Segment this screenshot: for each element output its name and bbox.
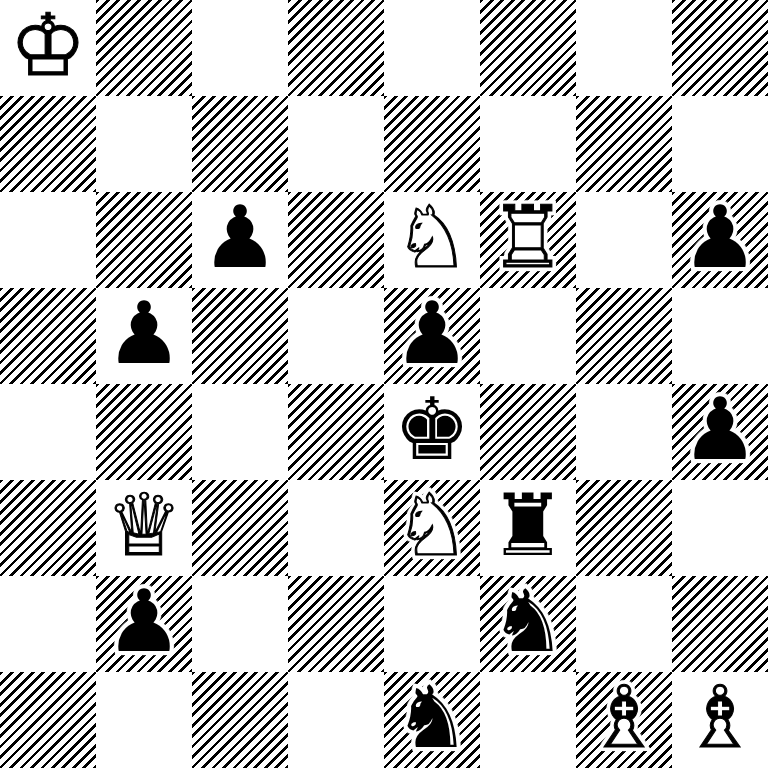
piece-black-knight: ♞♞ [480, 576, 576, 672]
black-pawn-glyph: ♟ [201, 194, 278, 280]
square-b1[interactable] [96, 672, 192, 768]
chess-board: ♚♔♟♟♞♘♜♖♟♟♟♟♟♟♚♚♟♟♛♕♞♘♜♜♟♟♞♞♞♞♝♗♝♗ [0, 0, 768, 768]
square-g4[interactable] [576, 384, 672, 480]
piece-black-knight: ♞♞ [384, 672, 480, 768]
square-h5[interactable] [672, 288, 768, 384]
piece-black-rook: ♜♜ [480, 480, 576, 576]
square-a4[interactable] [0, 384, 96, 480]
square-a5[interactable] [0, 288, 96, 384]
square-h2[interactable] [672, 576, 768, 672]
black-knight-glyph: ♞ [489, 578, 566, 664]
square-d4[interactable] [288, 384, 384, 480]
square-h8[interactable] [672, 0, 768, 96]
white-knight-glyph: ♘ [393, 482, 470, 568]
black-rook-glyph: ♜ [489, 482, 566, 568]
piece-white-bishop: ♝♗ [576, 672, 672, 768]
piece-black-pawn: ♟♟ [96, 288, 192, 384]
piece-white-knight: ♞♘ [384, 480, 480, 576]
square-h1[interactable]: ♝♗ [672, 672, 768, 768]
square-g1[interactable]: ♝♗ [576, 672, 672, 768]
white-knight-glyph: ♘ [393, 194, 470, 280]
square-d1[interactable] [288, 672, 384, 768]
square-b6[interactable] [96, 192, 192, 288]
square-e8[interactable] [384, 0, 480, 96]
square-h6[interactable]: ♟♟ [672, 192, 768, 288]
square-h7[interactable] [672, 96, 768, 192]
square-c4[interactable] [192, 384, 288, 480]
square-f1[interactable] [480, 672, 576, 768]
square-h4[interactable]: ♟♟ [672, 384, 768, 480]
square-e3[interactable]: ♞♘ [384, 480, 480, 576]
square-e6[interactable]: ♞♘ [384, 192, 480, 288]
square-c6[interactable]: ♟♟ [192, 192, 288, 288]
piece-black-pawn: ♟♟ [96, 576, 192, 672]
square-b7[interactable] [96, 96, 192, 192]
square-b8[interactable] [96, 0, 192, 96]
square-g6[interactable] [576, 192, 672, 288]
square-h3[interactable] [672, 480, 768, 576]
square-f2[interactable]: ♞♞ [480, 576, 576, 672]
square-g8[interactable] [576, 0, 672, 96]
square-f7[interactable] [480, 96, 576, 192]
square-d3[interactable] [288, 480, 384, 576]
black-pawn-glyph: ♟ [393, 290, 470, 376]
piece-white-bishop: ♝♗ [672, 672, 768, 768]
square-b5[interactable]: ♟♟ [96, 288, 192, 384]
white-queen-glyph: ♕ [105, 482, 182, 568]
square-g3[interactable] [576, 480, 672, 576]
piece-white-king: ♚♔ [0, 0, 96, 96]
square-e5[interactable]: ♟♟ [384, 288, 480, 384]
square-f6[interactable]: ♜♖ [480, 192, 576, 288]
square-f4[interactable] [480, 384, 576, 480]
white-king-glyph: ♔ [9, 2, 86, 88]
square-a6[interactable] [0, 192, 96, 288]
square-d7[interactable] [288, 96, 384, 192]
square-d2[interactable] [288, 576, 384, 672]
piece-black-pawn: ♟♟ [384, 288, 480, 384]
black-pawn-glyph: ♟ [105, 290, 182, 376]
square-a3[interactable] [0, 480, 96, 576]
square-a2[interactable] [0, 576, 96, 672]
square-a7[interactable] [0, 96, 96, 192]
square-d6[interactable] [288, 192, 384, 288]
black-pawn-glyph: ♟ [681, 386, 758, 472]
black-knight-glyph: ♞ [393, 674, 470, 760]
square-b2[interactable]: ♟♟ [96, 576, 192, 672]
square-c3[interactable] [192, 480, 288, 576]
square-d8[interactable] [288, 0, 384, 96]
square-g5[interactable] [576, 288, 672, 384]
square-e7[interactable] [384, 96, 480, 192]
square-c5[interactable] [192, 288, 288, 384]
square-c7[interactable] [192, 96, 288, 192]
square-f3[interactable]: ♜♜ [480, 480, 576, 576]
square-b4[interactable] [96, 384, 192, 480]
square-c8[interactable] [192, 0, 288, 96]
black-king-glyph: ♚ [393, 386, 470, 472]
piece-black-pawn: ♟♟ [672, 192, 768, 288]
square-a8[interactable]: ♚♔ [0, 0, 96, 96]
square-b3[interactable]: ♛♕ [96, 480, 192, 576]
piece-black-pawn: ♟♟ [672, 384, 768, 480]
square-g2[interactable] [576, 576, 672, 672]
white-bishop-glyph: ♗ [681, 674, 758, 760]
white-bishop-glyph: ♗ [585, 674, 662, 760]
square-g7[interactable] [576, 96, 672, 192]
piece-black-pawn: ♟♟ [192, 192, 288, 288]
piece-white-queen: ♛♕ [96, 480, 192, 576]
black-pawn-glyph: ♟ [105, 578, 182, 664]
piece-white-knight: ♞♘ [384, 192, 480, 288]
square-c2[interactable] [192, 576, 288, 672]
white-rook-glyph: ♖ [489, 194, 566, 280]
piece-white-rook: ♜♖ [480, 192, 576, 288]
black-pawn-glyph: ♟ [681, 194, 758, 280]
square-f8[interactable] [480, 0, 576, 96]
square-c1[interactable] [192, 672, 288, 768]
square-d5[interactable] [288, 288, 384, 384]
square-f5[interactable] [480, 288, 576, 384]
square-e1[interactable]: ♞♞ [384, 672, 480, 768]
piece-black-king: ♚♚ [384, 384, 480, 480]
square-a1[interactable] [0, 672, 96, 768]
square-e4[interactable]: ♚♚ [384, 384, 480, 480]
square-e2[interactable] [384, 576, 480, 672]
